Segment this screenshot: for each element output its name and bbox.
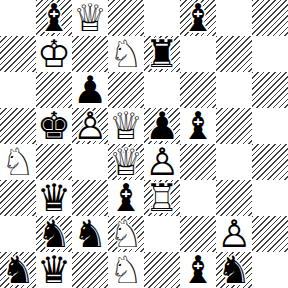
square-g7[interactable] (216, 36, 252, 72)
square-b4[interactable] (36, 144, 72, 180)
black-bishop-icon: ♝ (109, 180, 143, 216)
square-a3[interactable] (0, 180, 36, 216)
square-b5[interactable]: ♚♚ (36, 108, 72, 144)
black-knight-icon: ♞ (73, 216, 107, 252)
black-knight-icon: ♞ (217, 252, 251, 288)
piece-halo: ♞ (37, 216, 71, 252)
square-a4[interactable]: ♞♘ (0, 144, 36, 180)
square-f1[interactable]: ♝♝ (180, 252, 216, 288)
piece-halo: ♞ (217, 252, 251, 288)
white-knight-icon: ♘ (1, 144, 35, 180)
piece-halo: ♟ (73, 72, 107, 108)
chess-diagram: ♝♝♛♕♝♝♚♔♞♘♜♜♟♟♚♚♟♙♛♕♟♟♝♝♞♘♛♕♟♙♛♛♝♝♜♖♞♞♞♞… (0, 0, 288, 288)
white-pawn-icon: ♙ (73, 108, 107, 144)
square-d6[interactable] (108, 72, 144, 108)
square-a5[interactable] (0, 108, 36, 144)
black-queen-b1: ♛♛ (36, 252, 72, 288)
white-rook-e3: ♜♖ (144, 180, 180, 216)
piece-halo: ♞ (1, 144, 35, 180)
black-bishop-f8: ♝♝ (180, 0, 216, 36)
square-d2[interactable]: ♞♘ (108, 216, 144, 252)
square-c1[interactable] (72, 252, 108, 288)
square-f8[interactable]: ♝♝ (180, 0, 216, 36)
white-queen-icon: ♕ (109, 144, 143, 180)
piece-halo: ♛ (109, 108, 143, 144)
black-bishop-icon: ♝ (181, 0, 215, 36)
square-h1[interactable] (252, 252, 288, 288)
square-d1[interactable]: ♞♘ (108, 252, 144, 288)
square-d3[interactable]: ♝♝ (108, 180, 144, 216)
piece-halo: ♟ (73, 108, 107, 144)
square-g8[interactable] (216, 0, 252, 36)
square-g6[interactable] (216, 72, 252, 108)
square-c8[interactable]: ♛♕ (72, 0, 108, 36)
white-knight-d2: ♞♘ (108, 216, 144, 252)
white-knight-icon: ♘ (109, 252, 143, 288)
black-king-b5: ♚♚ (36, 108, 72, 144)
white-queen-d5: ♛♕ (108, 108, 144, 144)
piece-halo: ♝ (181, 108, 215, 144)
black-knight-g1: ♞♞ (216, 252, 252, 288)
piece-halo: ♞ (109, 252, 143, 288)
piece-halo: ♞ (109, 216, 143, 252)
white-rook-icon: ♖ (145, 180, 179, 216)
square-f5[interactable]: ♝♝ (180, 108, 216, 144)
square-h5[interactable] (252, 108, 288, 144)
square-f4[interactable] (180, 144, 216, 180)
square-c3[interactable] (72, 180, 108, 216)
piece-halo: ♛ (109, 144, 143, 180)
piece-halo: ♝ (109, 180, 143, 216)
piece-halo: ♞ (1, 252, 35, 288)
square-f3[interactable] (180, 180, 216, 216)
square-b3[interactable]: ♛♛ (36, 180, 72, 216)
black-bishop-f1: ♝♝ (180, 252, 216, 288)
piece-halo: ♞ (73, 216, 107, 252)
piece-halo: ♛ (73, 0, 107, 36)
square-g5[interactable] (216, 108, 252, 144)
square-c6[interactable]: ♟♟ (72, 72, 108, 108)
black-knight-b2: ♞♞ (36, 216, 72, 252)
piece-halo: ♟ (217, 216, 251, 252)
white-pawn-c5: ♟♙ (72, 108, 108, 144)
piece-halo: ♚ (37, 108, 71, 144)
square-d4[interactable]: ♛♕ (108, 144, 144, 180)
black-knight-a1: ♞♞ (0, 252, 36, 288)
square-g2[interactable]: ♟♙ (216, 216, 252, 252)
white-king-b7: ♚♔ (36, 36, 72, 72)
white-knight-icon: ♘ (109, 216, 143, 252)
black-pawn-e5: ♟♟ (144, 108, 180, 144)
square-f6[interactable] (180, 72, 216, 108)
square-c7[interactable] (72, 36, 108, 72)
square-d8[interactable] (108, 0, 144, 36)
white-knight-icon: ♘ (109, 36, 143, 72)
white-queen-icon: ♕ (73, 0, 107, 36)
square-g1[interactable]: ♞♞ (216, 252, 252, 288)
black-knight-icon: ♞ (37, 216, 71, 252)
square-a2[interactable] (0, 216, 36, 252)
piece-halo: ♝ (181, 252, 215, 288)
black-knight-c2: ♞♞ (72, 216, 108, 252)
piece-halo: ♜ (145, 36, 179, 72)
square-e4[interactable]: ♟♙ (144, 144, 180, 180)
black-queen-b3: ♛♛ (36, 180, 72, 216)
black-pawn-c6: ♟♟ (72, 72, 108, 108)
square-f7[interactable] (180, 36, 216, 72)
square-d7[interactable]: ♞♘ (108, 36, 144, 72)
piece-halo: ♛ (37, 180, 71, 216)
square-h8[interactable] (252, 0, 288, 36)
square-h6[interactable] (252, 72, 288, 108)
white-pawn-g2: ♟♙ (216, 216, 252, 252)
chess-board: ♝♝♛♕♝♝♚♔♞♘♜♜♟♟♚♚♟♙♛♕♟♟♝♝♞♘♛♕♟♙♛♛♝♝♜♖♞♞♞♞… (0, 0, 288, 288)
white-queen-d4: ♛♕ (108, 144, 144, 180)
square-g4[interactable] (216, 144, 252, 180)
piece-halo: ♚ (37, 36, 71, 72)
black-king-icon: ♚ (37, 108, 71, 144)
square-a7[interactable] (0, 36, 36, 72)
square-f2[interactable] (180, 216, 216, 252)
square-b8[interactable]: ♝♝ (36, 0, 72, 36)
white-pawn-icon: ♙ (145, 144, 179, 180)
square-b2[interactable]: ♞♞ (36, 216, 72, 252)
square-e8[interactable] (144, 0, 180, 36)
square-b1[interactable]: ♛♛ (36, 252, 72, 288)
white-knight-a4: ♞♘ (0, 144, 36, 180)
square-d5[interactable]: ♛♕ (108, 108, 144, 144)
square-e1[interactable] (144, 252, 180, 288)
black-rook-icon: ♜ (145, 36, 179, 72)
piece-halo: ♟ (145, 144, 179, 180)
square-c5[interactable]: ♟♙ (72, 108, 108, 144)
black-bishop-d3: ♝♝ (108, 180, 144, 216)
piece-halo: ♜ (145, 180, 179, 216)
white-queen-icon: ♕ (109, 108, 143, 144)
piece-halo: ♟ (145, 108, 179, 144)
square-a8[interactable] (0, 0, 36, 36)
square-a6[interactable] (0, 72, 36, 108)
black-bishop-icon: ♝ (181, 252, 215, 288)
black-bishop-f5: ♝♝ (180, 108, 216, 144)
square-e3[interactable]: ♜♖ (144, 180, 180, 216)
black-pawn-icon: ♟ (145, 108, 179, 144)
square-c2[interactable]: ♞♞ (72, 216, 108, 252)
piece-halo: ♞ (109, 36, 143, 72)
black-queen-icon: ♛ (37, 252, 71, 288)
black-bishop-b8: ♝♝ (36, 0, 72, 36)
black-knight-icon: ♞ (1, 252, 35, 288)
piece-halo: ♝ (181, 0, 215, 36)
square-e2[interactable] (144, 216, 180, 252)
piece-halo: ♛ (37, 252, 71, 288)
square-b6[interactable] (36, 72, 72, 108)
square-e5[interactable]: ♟♟ (144, 108, 180, 144)
black-rook-e7: ♜♜ (144, 36, 180, 72)
black-pawn-icon: ♟ (73, 72, 107, 108)
white-queen-c8: ♛♕ (72, 0, 108, 36)
square-a1[interactable]: ♞♞ (0, 252, 36, 288)
square-h4[interactable] (252, 144, 288, 180)
square-b7[interactable]: ♚♔ (36, 36, 72, 72)
black-bishop-icon: ♝ (37, 0, 71, 36)
square-h3[interactable] (252, 180, 288, 216)
square-c4[interactable] (72, 144, 108, 180)
black-queen-icon: ♛ (37, 180, 71, 216)
black-bishop-icon: ♝ (181, 108, 215, 144)
square-h2[interactable] (252, 216, 288, 252)
white-king-icon: ♔ (37, 36, 71, 72)
square-e6[interactable] (144, 72, 180, 108)
white-knight-d7: ♞♘ (108, 36, 144, 72)
square-g3[interactable] (216, 180, 252, 216)
white-pawn-e4: ♟♙ (144, 144, 180, 180)
square-h7[interactable] (252, 36, 288, 72)
piece-halo: ♝ (37, 0, 71, 36)
white-pawn-icon: ♙ (217, 216, 251, 252)
white-knight-d1: ♞♘ (108, 252, 144, 288)
square-e7[interactable]: ♜♜ (144, 36, 180, 72)
